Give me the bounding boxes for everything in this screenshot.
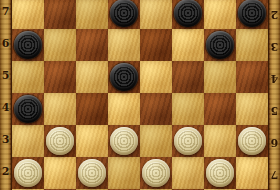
square-b6[interactable] (44, 29, 76, 61)
square-c4[interactable] (76, 93, 108, 125)
checkers-app: ⛂⛂⛂⛂⛂⛂⛂⛀⛀⛀⛀⛀⛀⛀⛀ 765432 234567 (0, 0, 280, 190)
rank-label-right-4: 5 (269, 101, 280, 117)
square-e4[interactable] (140, 93, 172, 125)
light-piece-h3[interactable]: ⛀ (238, 127, 266, 155)
square-h4[interactable] (236, 93, 268, 125)
rank-label-left-7: 7 (0, 5, 11, 21)
square-f2[interactable] (172, 157, 204, 189)
square-b4[interactable] (44, 93, 76, 125)
square-e5[interactable] (140, 61, 172, 93)
square-f5[interactable] (172, 61, 204, 93)
square-g3[interactable] (204, 125, 236, 157)
square-d4[interactable] (108, 93, 140, 125)
rank-label-left-6: 6 (0, 37, 11, 53)
rank-label-right-3: 6 (269, 133, 280, 149)
square-f4[interactable] (172, 93, 204, 125)
dark-piece-d5[interactable]: ⛂ (110, 63, 138, 91)
light-piece-c2[interactable]: ⛀ (78, 159, 106, 187)
square-c6[interactable] (76, 29, 108, 61)
square-a5[interactable] (12, 61, 44, 93)
square-e3[interactable] (140, 125, 172, 157)
square-h6[interactable] (236, 29, 268, 61)
square-c7[interactable] (76, 0, 108, 29)
square-e1[interactable] (140, 189, 172, 190)
square-c1[interactable] (76, 189, 108, 190)
rank-label-left-2: 2 (0, 165, 11, 181)
square-g5[interactable] (204, 61, 236, 93)
square-d6[interactable] (108, 29, 140, 61)
dark-piece-h7[interactable]: ⛂ (238, 0, 266, 27)
dark-piece-a4[interactable]: ⛂ (14, 95, 42, 123)
light-piece-f3[interactable]: ⛀ (174, 127, 202, 155)
rank-label-left-4: 4 (0, 101, 11, 117)
dark-piece-g6[interactable]: ⛂ (206, 31, 234, 59)
square-h2[interactable] (236, 157, 268, 189)
rank-label-left-5: 5 (0, 69, 11, 85)
rank-label-right-7: 2 (269, 5, 280, 21)
square-a3[interactable] (12, 125, 44, 157)
square-c5[interactable] (76, 61, 108, 93)
light-piece-g2[interactable]: ⛀ (206, 159, 234, 187)
light-piece-d3[interactable]: ⛀ (110, 127, 138, 155)
square-c3[interactable] (76, 125, 108, 157)
square-d2[interactable] (108, 157, 140, 189)
square-h1[interactable] (236, 189, 268, 190)
square-g4[interactable] (204, 93, 236, 125)
light-piece-a2[interactable]: ⛀ (14, 159, 42, 187)
dark-piece-d7[interactable]: ⛂ (110, 0, 138, 27)
square-a7[interactable] (12, 0, 44, 29)
square-b2[interactable] (44, 157, 76, 189)
dark-piece-a6[interactable]: ⛂ (14, 31, 42, 59)
light-piece-b3[interactable]: ⛀ (46, 127, 74, 155)
square-g7[interactable] (204, 0, 236, 29)
square-e7[interactable] (140, 0, 172, 29)
rank-label-right-5: 4 (269, 69, 280, 85)
square-b5[interactable] (44, 61, 76, 93)
square-b1[interactable] (44, 189, 76, 190)
left-coordinate-strip: 765432 (0, 0, 12, 190)
square-a1[interactable] (12, 189, 44, 190)
square-b7[interactable] (44, 0, 76, 29)
rank-label-left-3: 3 (0, 133, 11, 149)
light-piece-e2[interactable]: ⛀ (142, 159, 170, 187)
square-g1[interactable] (204, 189, 236, 190)
square-e6[interactable] (140, 29, 172, 61)
square-f1[interactable] (172, 189, 204, 190)
square-h5[interactable] (236, 61, 268, 93)
dark-piece-f7[interactable]: ⛂ (174, 0, 202, 27)
right-coordinate-strip: 234567 (268, 0, 280, 190)
square-d1[interactable] (108, 189, 140, 190)
rank-label-right-2: 7 (269, 165, 280, 181)
rank-label-right-6: 3 (269, 37, 280, 53)
square-f6[interactable] (172, 29, 204, 61)
